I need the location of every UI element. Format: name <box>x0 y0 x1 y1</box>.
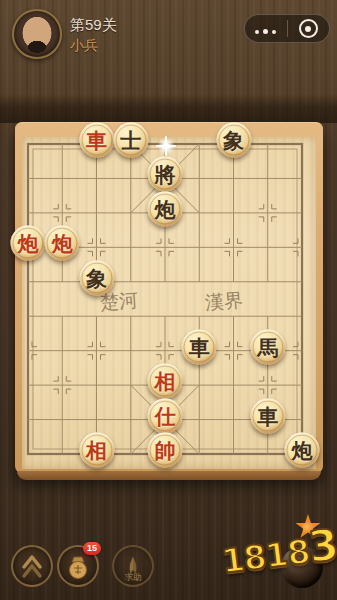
piece-glyph: 車 <box>189 329 210 364</box>
piece-glyph: 相 <box>155 364 176 399</box>
piece-glyph: 相 <box>86 433 107 468</box>
piece-black-elephant[interactable]: 象 <box>79 260 114 295</box>
piece-red-advisor[interactable]: 仕 <box>148 398 183 433</box>
piece-glyph: 炮 <box>52 226 73 261</box>
piece-glyph: 炮 <box>155 191 176 226</box>
piece-glyph: 炮 <box>18 226 39 261</box>
piece-black-horse[interactable]: 馬 <box>250 329 285 364</box>
piece-black-general[interactable]: 將 <box>148 157 183 192</box>
piece-black-chariot[interactable]: 車 <box>250 398 285 433</box>
level-title: 第59关 <box>70 16 117 35</box>
piece-glyph: 車 <box>86 123 107 158</box>
piece-black-cannon[interactable]: 炮 <box>285 433 320 468</box>
piece-red-cannon[interactable]: 炮 <box>11 226 46 261</box>
table-edge-shadow <box>0 94 337 123</box>
help-label: 求助 <box>114 572 152 584</box>
piece-glyph: 車 <box>257 398 278 433</box>
piece-black-advisor[interactable]: 士 <box>113 123 148 158</box>
player-avatar[interactable] <box>12 9 62 59</box>
piece-glyph: 將 <box>155 157 176 192</box>
piece-red-cannon[interactable]: 炮 <box>45 226 80 261</box>
page-background: { "game": "xiangqi", "header": { "level"… <box>0 0 337 600</box>
river-label-right: 漢界 <box>204 286 268 314</box>
more-icon <box>253 20 278 38</box>
help-button[interactable]: 求助 <box>112 545 154 587</box>
exit-button[interactable] <box>288 15 330 42</box>
piece-black-cannon[interactable]: 炮 <box>148 191 183 226</box>
piece-black-chariot[interactable]: 車 <box>182 329 217 364</box>
more-button[interactable] <box>245 15 287 42</box>
piece-black-elephant[interactable]: 象 <box>216 123 251 158</box>
piece-glyph: 帥 <box>155 433 176 468</box>
piece-red-elephant[interactable]: 相 <box>148 364 183 399</box>
money-bag-icon <box>64 552 92 580</box>
piece-glyph: 象 <box>223 123 244 158</box>
piece-red-elephant[interactable]: 相 <box>79 433 114 468</box>
collapse-button[interactable] <box>11 545 53 587</box>
piece-glyph: 象 <box>86 260 107 295</box>
chevron-up-icon <box>19 552 45 580</box>
rank-subtitle: 小兵 <box>70 37 98 55</box>
piece-glyph: 士 <box>120 123 141 158</box>
wechat-capsule <box>244 14 330 43</box>
coins-badge: 15 <box>83 542 101 555</box>
piece-red-chariot[interactable]: 車 <box>79 123 114 158</box>
circle-dot-icon <box>299 19 318 38</box>
piece-red-general[interactable]: 帥 <box>148 433 183 468</box>
piece-glyph: 炮 <box>292 433 313 468</box>
coin-bag-button[interactable]: 15 <box>57 545 99 587</box>
watermark-logo: 18183 <box>221 512 335 592</box>
piece-glyph: 仕 <box>155 398 176 433</box>
piece-glyph: 馬 <box>257 329 278 364</box>
